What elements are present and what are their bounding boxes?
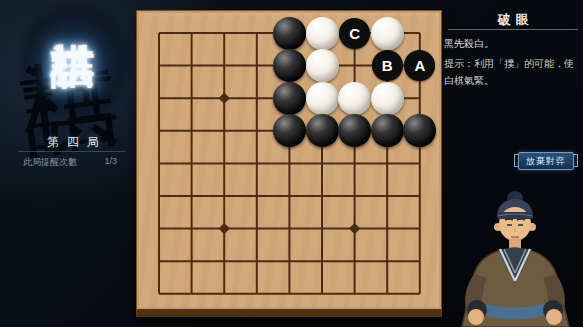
- sidebar-divider: [18, 151, 125, 152]
- forfeit-button[interactable]: 放棄對弈: [518, 152, 574, 170]
- tsumego-logo-zone: 詰棋 詰棋: [14, 0, 132, 132]
- black-stone: [273, 49, 306, 82]
- move-option-B[interactable]: B: [372, 50, 403, 81]
- black-stone: [306, 114, 339, 147]
- hint-counter-label: 此局提醒次數: [23, 156, 77, 169]
- title-underline: [448, 29, 578, 30]
- go-board[interactable]: CBA: [136, 10, 442, 317]
- white-stone: [306, 17, 339, 50]
- black-stone: [371, 114, 404, 147]
- move-option-C[interactable]: C: [339, 18, 370, 49]
- white-stone: [306, 49, 339, 82]
- white-stone: [371, 82, 404, 115]
- hint-counter-value: 1/3: [104, 156, 117, 169]
- hint-counter: 此局提醒次數 1/3: [23, 156, 117, 169]
- white-stone: [306, 82, 339, 115]
- hint-text: 提示：利用「撲」的可能，使白棋氣緊。: [444, 56, 583, 89]
- ink-splash-decoration: [8, 0, 138, 140]
- puzzle-title: 破眼: [443, 11, 583, 29]
- black-stone: [273, 17, 306, 50]
- npc-portrait: [448, 186, 583, 327]
- black-stone: [273, 114, 306, 147]
- white-stone: [338, 82, 371, 115]
- white-stone: [371, 17, 404, 50]
- round-label: 第四局: [0, 134, 146, 151]
- objective-text: 黑先殺白。: [444, 37, 582, 51]
- black-stone: [273, 82, 306, 115]
